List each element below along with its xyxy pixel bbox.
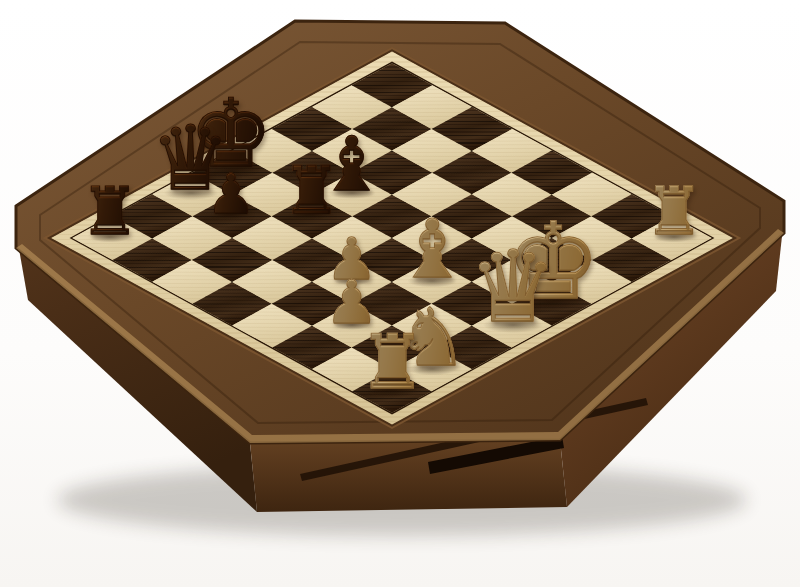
- piece-black-pawn-c7[interactable]: ♟: [206, 166, 255, 221]
- product-photo-stage: ♚♛♝♟♜♜♜♟♝♚♟♛♞♜: [0, 0, 800, 587]
- piece-white-bishop-d3[interactable]: ♝: [396, 209, 469, 290]
- piece-white-rook-h1[interactable]: ♜: [645, 179, 704, 245]
- piece-white-queen-d1[interactable]: ♛: [469, 237, 558, 336]
- piece-white-rook-a1[interactable]: ♜: [358, 325, 425, 400]
- piece-black-rook-a8[interactable]: ♜: [80, 179, 139, 245]
- piece-black-rook-d6[interactable]: ♜: [282, 157, 340, 222]
